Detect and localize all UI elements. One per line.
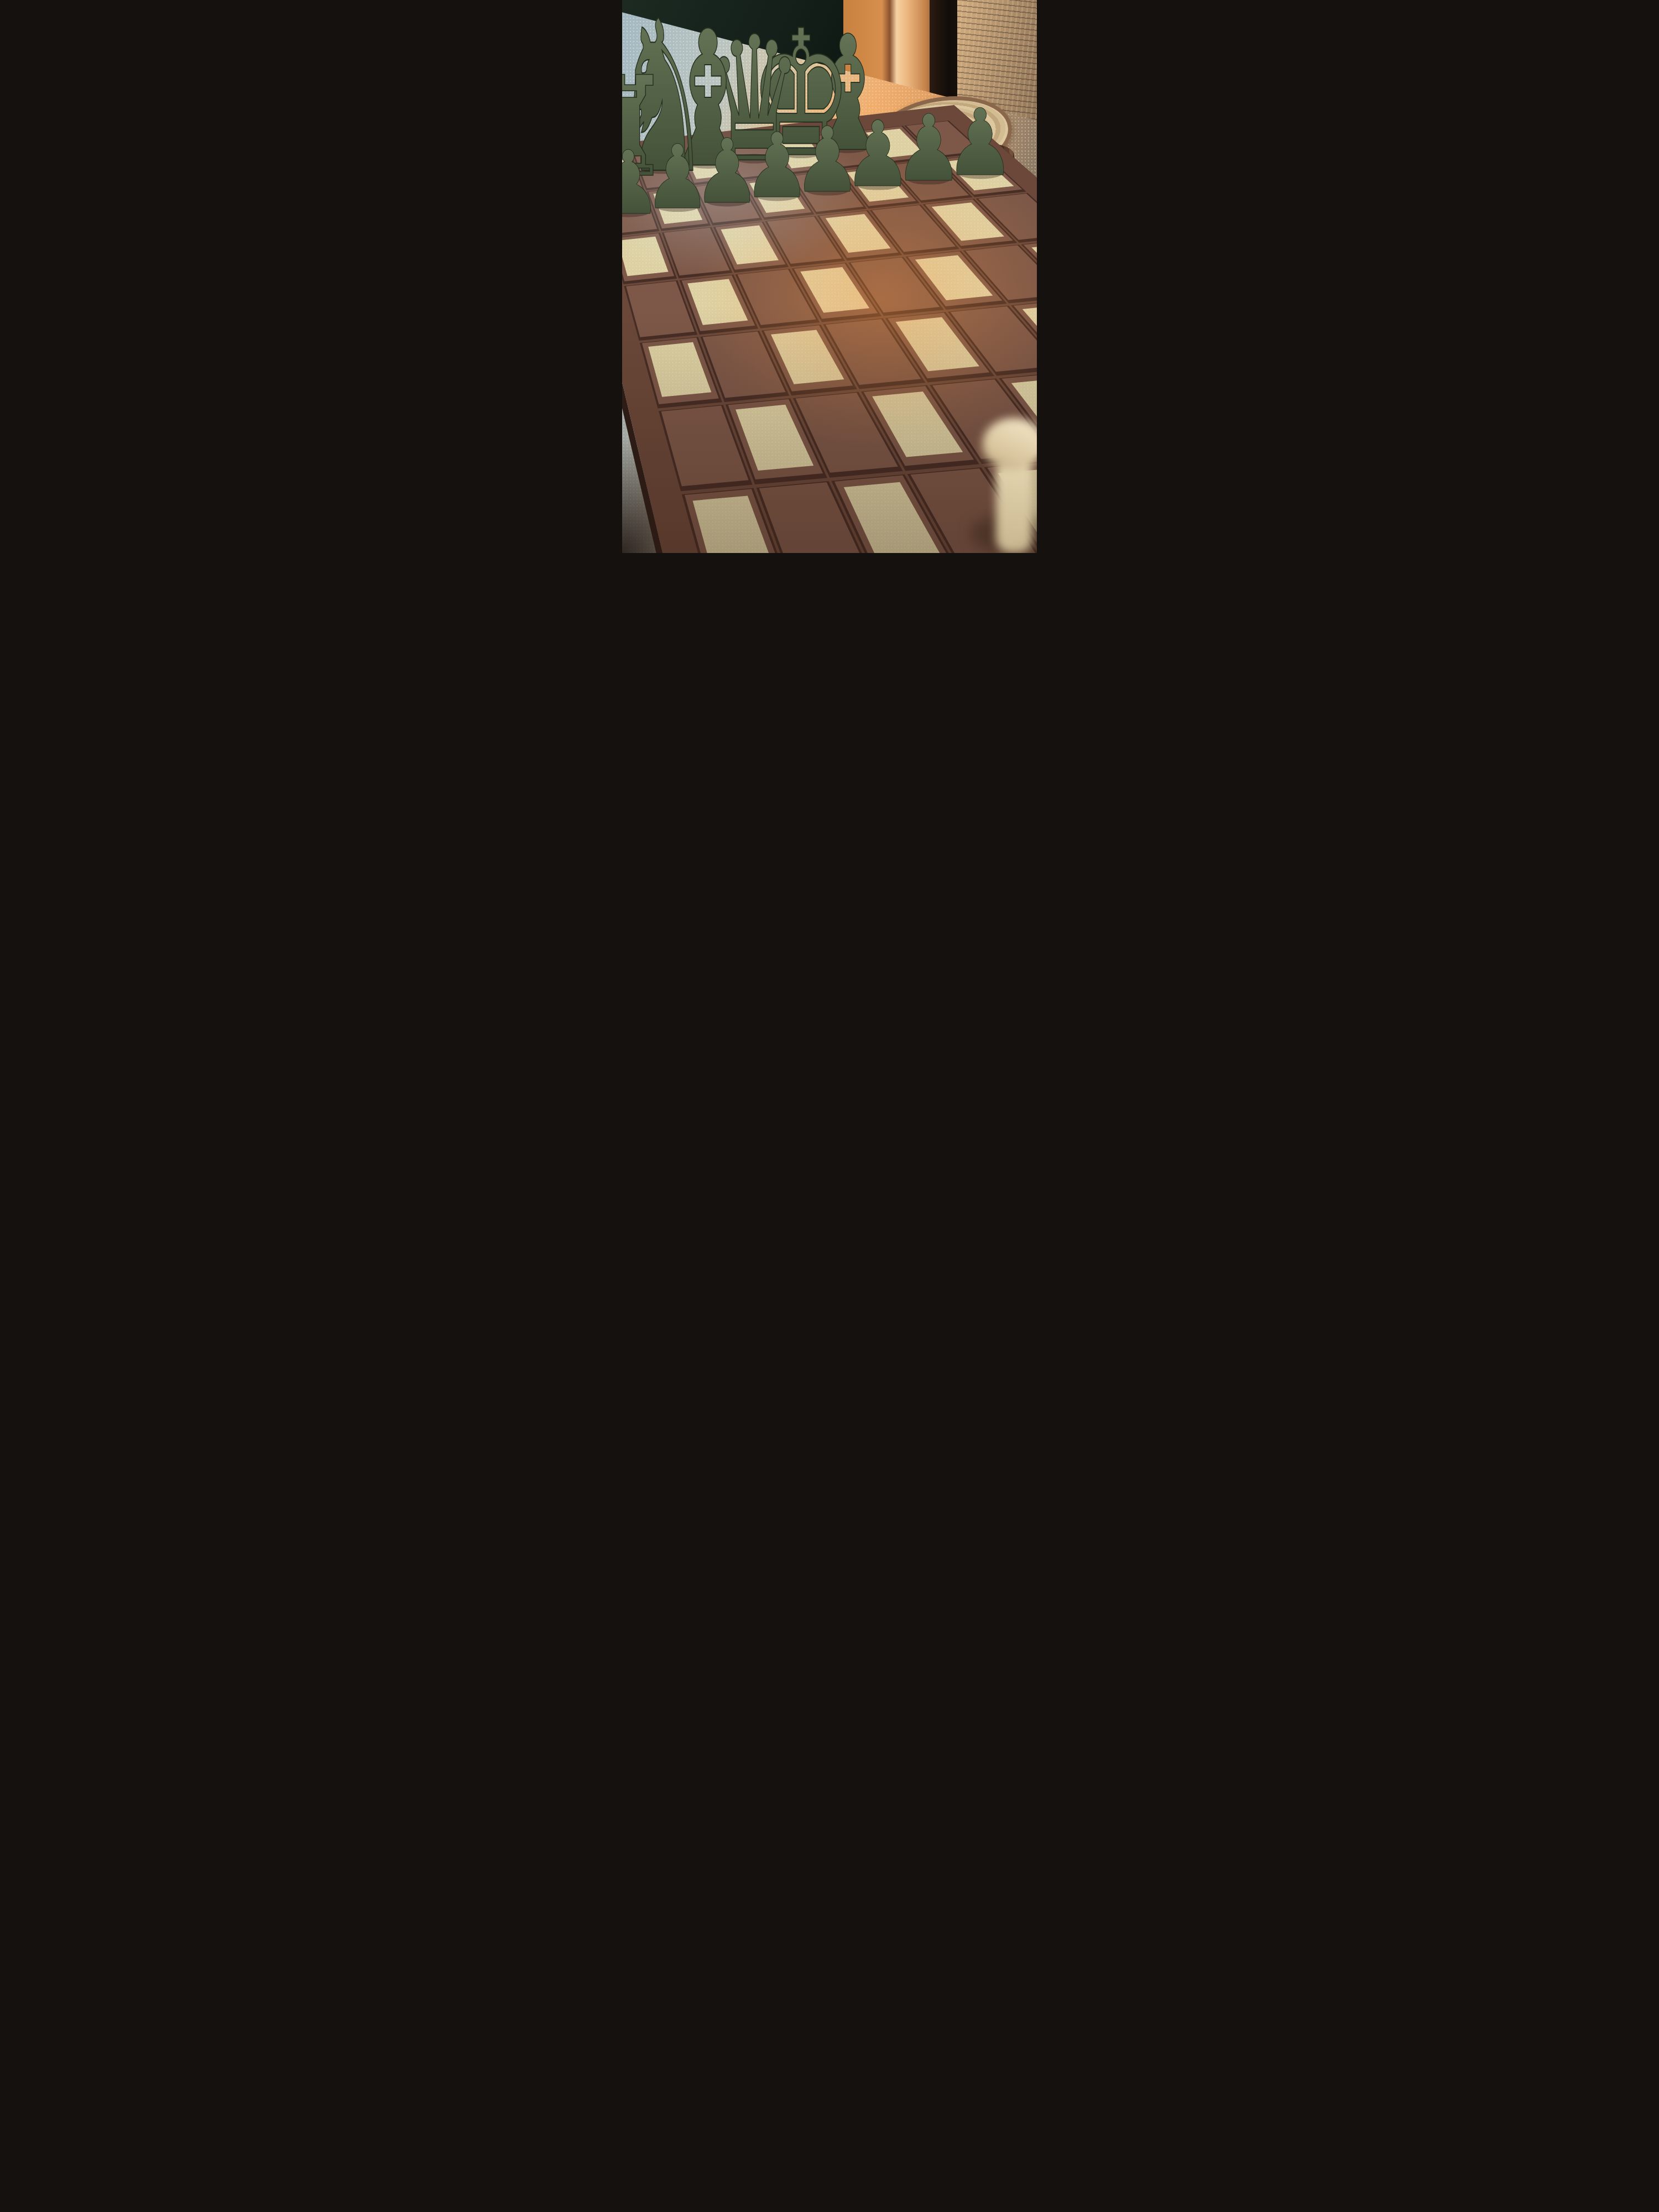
chessboard: ♝♚♛♝♞♟♜♟♟♟♟♟♟♟ <box>622 0 1037 553</box>
cream-piece-cap <box>983 418 1037 469</box>
piece-green-pawn-a2: ♟ <box>622 132 662 234</box>
photo-scene: ♝♚♛♝♞♟♜♟♟♟♟♟♟♟ <box>622 0 1037 553</box>
cream-piece-stem <box>996 459 1032 553</box>
out-of-focus-cream-piece <box>980 418 1037 553</box>
